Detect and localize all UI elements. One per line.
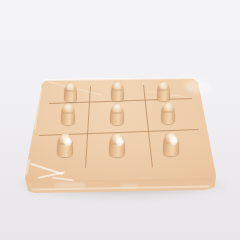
peg-r2c2[interactable] — [110, 103, 124, 125]
shrink-wrap-highlight — [185, 79, 211, 93]
shrink-wrap-highlight — [120, 183, 138, 188]
peg-r3c2[interactable] — [109, 133, 125, 157]
peg-r1c3[interactable] — [157, 81, 170, 101]
product-photo — [0, 0, 240, 240]
peg-r2c3[interactable] — [161, 102, 175, 124]
peg-r3c3[interactable] — [163, 132, 179, 156]
shrink-wrap-highlight — [55, 182, 85, 188]
peg-r3c1[interactable] — [57, 133, 73, 157]
peg-r1c2[interactable] — [111, 81, 124, 101]
peg-r1c1[interactable] — [64, 82, 77, 102]
peg-r2c1[interactable] — [61, 103, 75, 125]
